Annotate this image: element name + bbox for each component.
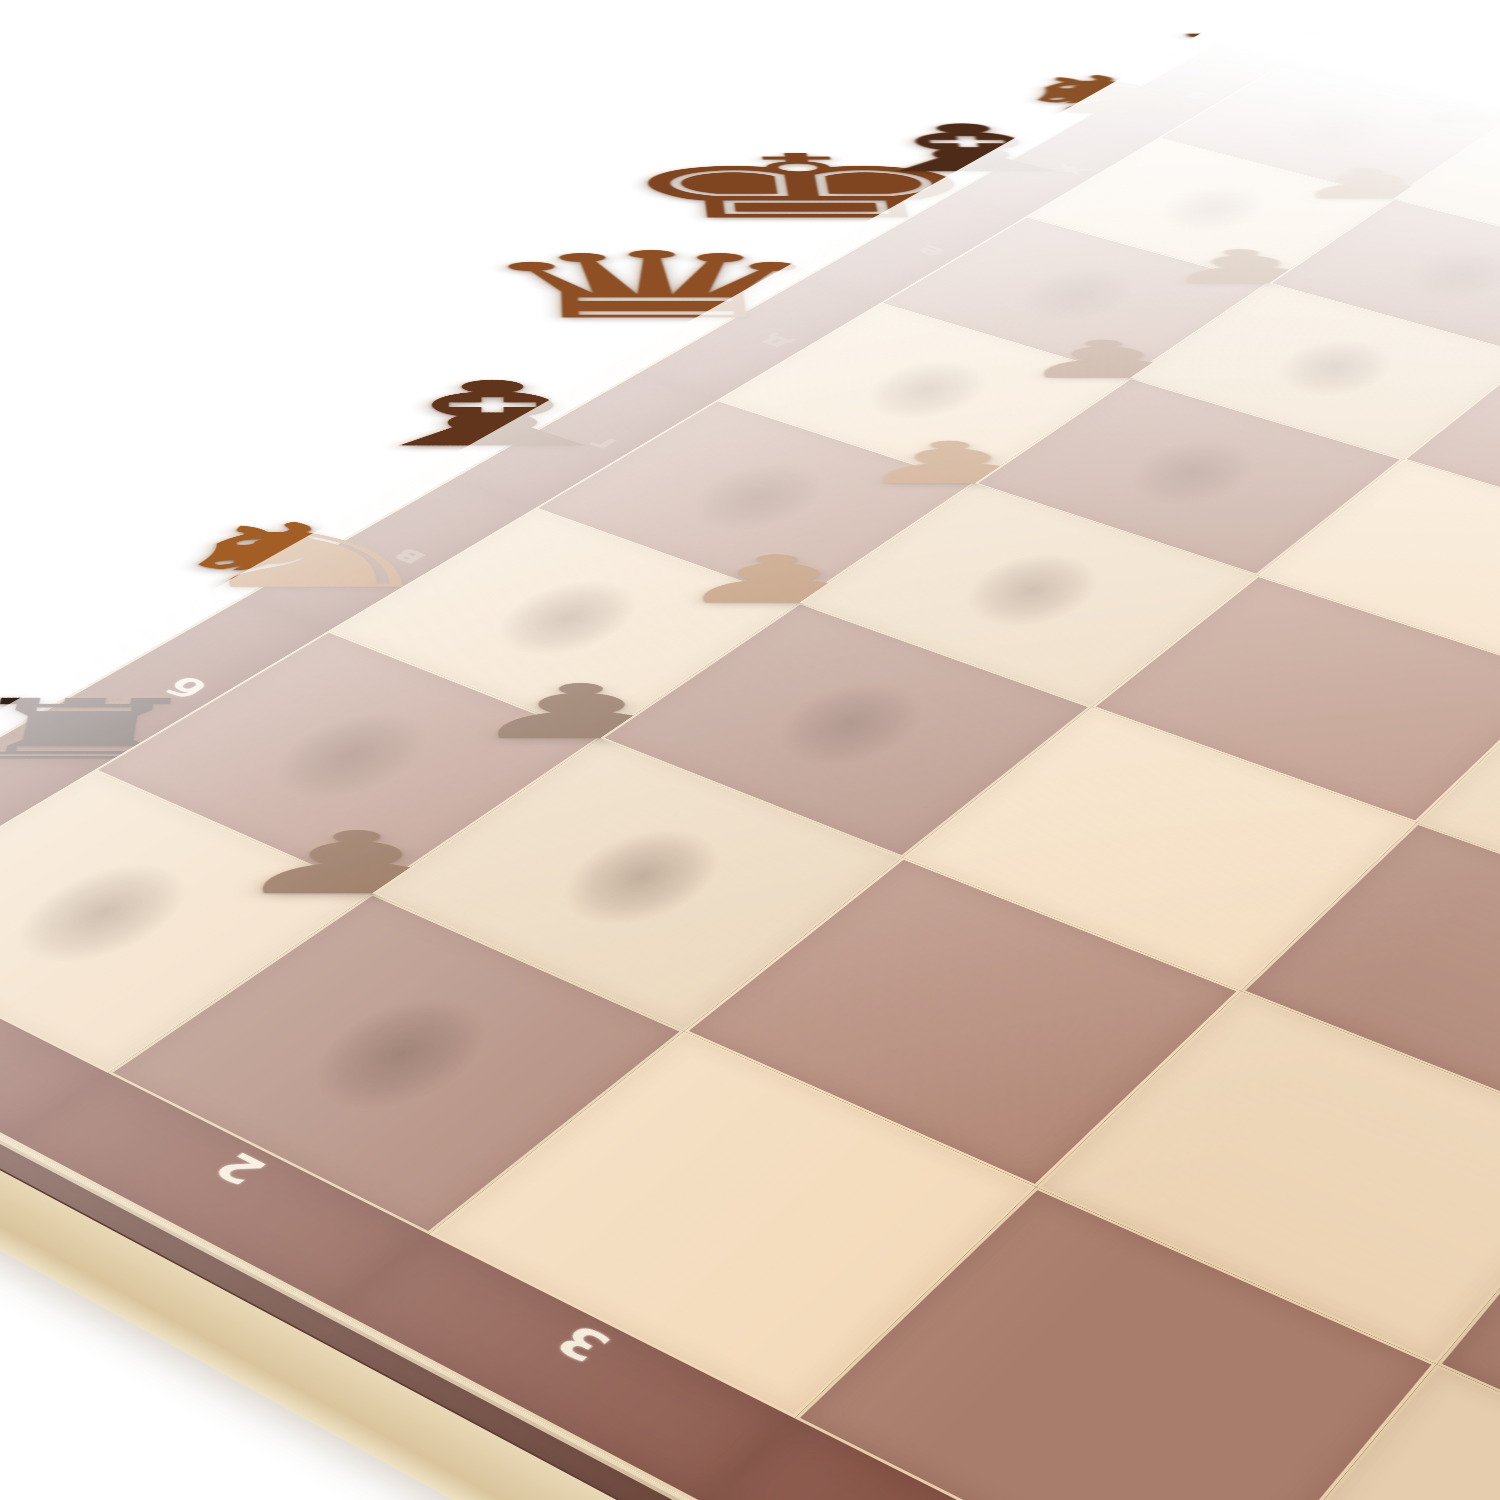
file-label-е: е [907, 241, 952, 261]
queen-glyph: ♛ [459, 240, 856, 332]
product-photo-canvas: абвгдежз1♜♞♝♛♚♝♞♜2♟♟♟♟♟♟♟♟345678 [0, 0, 1500, 1500]
photo-scene: абвгдежз1♜♞♝♛♚♝♞♜2♟♟♟♟♟♟♟♟345678 [0, 0, 1500, 1500]
chess-board-3d-wrapper: абвгдежз1♜♞♝♛♚♝♞♜2♟♟♟♟♟♟♟♟345678 [0, 27, 1500, 1500]
rook-glyph: ♜ [0, 689, 222, 772]
bishop-glyph: ♝ [813, 116, 1130, 181]
bishop-glyph: ♝ [313, 370, 671, 460]
